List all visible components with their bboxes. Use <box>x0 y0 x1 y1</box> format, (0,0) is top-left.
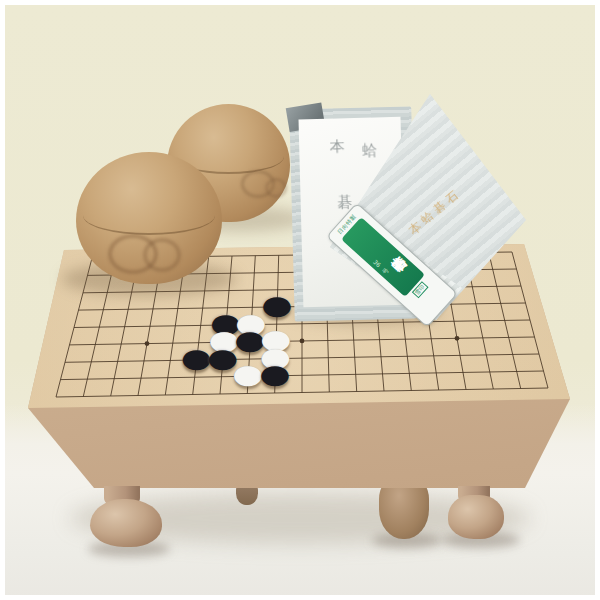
product-photo-scene: 本 蛤 碁 本蛤碁石 日向特製 36号 本蛤碁石 雪印 ●●●●●●●●●●● <box>0 0 600 600</box>
stones-layer: ●●●●●●●●●●● <box>0 0 600 600</box>
stone-black[interactable]: ● <box>259 361 290 387</box>
